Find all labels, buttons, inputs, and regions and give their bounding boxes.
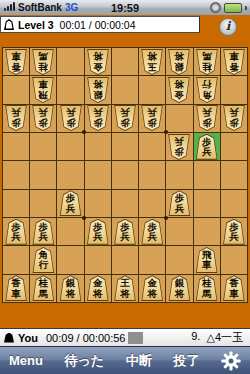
piece-kanji: 香車 <box>222 275 246 301</box>
piece-kanji: 飛車 <box>195 247 219 273</box>
cell-53[interactable]: 歩兵 <box>112 105 138 132</box>
alarm-clock-icon <box>210 2 221 13</box>
cell-23[interactable]: 歩兵 <box>194 105 220 132</box>
cell-81[interactable]: 桂馬 <box>30 48 56 75</box>
bottom-toolbar: Menu 待った 中断 投了 <box>0 346 250 374</box>
board-star-point <box>164 216 168 220</box>
piece-kanji: 金将 <box>140 275 164 301</box>
piece-gold-white[interactable]: 金将 <box>86 49 110 75</box>
piece-kanji: 歩兵 <box>222 105 246 131</box>
board-star-point <box>164 130 168 134</box>
piece-pawn-white[interactable]: 歩兵 <box>195 105 219 131</box>
piece-kanji: 香車 <box>4 275 28 301</box>
cell-75[interactable] <box>57 161 83 188</box>
cell-91[interactable]: 香車 <box>3 48 29 75</box>
piece-knight-black[interactable]: 桂馬 <box>31 275 55 301</box>
piece-kanji: 銀将 <box>167 275 191 301</box>
piece-kanji: 桂馬 <box>31 49 55 75</box>
piece-pawn-white[interactable]: 歩兵 <box>86 105 110 131</box>
piece-silver-black[interactable]: 銀将 <box>167 275 191 301</box>
cell-29[interactable]: 桂馬 <box>194 275 220 302</box>
suspend-button[interactable]: 中断 <box>126 352 152 370</box>
cell-34[interactable]: 歩兵 <box>166 133 192 160</box>
cell-88[interactable]: 角行 <box>30 246 56 273</box>
piece-gold-white[interactable]: 金将 <box>167 77 191 103</box>
piece-kanji: 角行 <box>195 77 219 103</box>
piece-kanji: 歩兵 <box>86 105 110 131</box>
cell-58[interactable] <box>112 246 138 273</box>
opponent-label: Level 3 <box>18 19 54 31</box>
cell-22[interactable]: 角行 <box>194 76 220 103</box>
gote-piece-icon <box>4 19 14 30</box>
cell-31[interactable]: 銀将 <box>166 48 192 75</box>
battery-tip <box>245 6 247 10</box>
piece-lance-white[interactable]: 香車 <box>222 49 246 75</box>
piece-pawn-black[interactable]: 歩兵 <box>59 190 83 216</box>
piece-kanji: 桂馬 <box>195 49 219 75</box>
piece-pawn-black[interactable]: 歩兵 <box>113 219 137 245</box>
cell-35[interactable] <box>166 161 192 188</box>
settings-gear-icon[interactable] <box>221 351 241 371</box>
piece-kanji: 歩兵 <box>195 134 219 160</box>
piece-king-white[interactable]: 玉将 <box>140 49 164 75</box>
cell-47[interactable]: 歩兵 <box>139 218 165 245</box>
cell-59[interactable]: 王将 <box>112 275 138 302</box>
cell-97[interactable]: 歩兵 <box>3 218 29 245</box>
cell-83[interactable]: 歩兵 <box>30 105 56 132</box>
piece-kanji: 歩兵 <box>140 105 164 131</box>
cell-85[interactable] <box>30 161 56 188</box>
cell-74[interactable] <box>57 133 83 160</box>
cell-42[interactable] <box>139 76 165 103</box>
cell-12[interactable] <box>221 76 247 103</box>
cell-96[interactable] <box>3 190 29 217</box>
cell-26[interactable] <box>194 190 220 217</box>
cell-65[interactable] <box>85 161 111 188</box>
cell-55[interactable] <box>112 161 138 188</box>
piece-bishop-black[interactable]: 角行 <box>31 247 55 273</box>
cell-78[interactable] <box>57 246 83 273</box>
info-button[interactable]: i <box>219 18 237 36</box>
piece-kanji: 香車 <box>222 49 246 75</box>
cell-87[interactable]: 歩兵 <box>30 218 56 245</box>
cell-14[interactable] <box>221 133 247 160</box>
piece-kanji: 金将 <box>86 49 110 75</box>
piece-kanji: 歩兵 <box>113 105 137 131</box>
piece-lance-black[interactable]: 香車 <box>222 275 246 301</box>
piece-kanji: 桂馬 <box>195 275 219 301</box>
cell-99[interactable]: 香車 <box>3 275 29 302</box>
cell-62[interactable]: 銀将 <box>85 76 111 103</box>
piece-pawn-white[interactable]: 歩兵 <box>167 134 191 160</box>
move-number: 9. <box>191 330 200 345</box>
cell-24[interactable]: 歩兵 <box>194 133 220 160</box>
cell-69[interactable]: 金将 <box>85 275 111 302</box>
piece-pawn-white[interactable]: 歩兵 <box>140 105 164 131</box>
piece-kanji: 歩兵 <box>167 134 191 160</box>
cell-44[interactable] <box>139 133 165 160</box>
cell-92[interactable] <box>3 76 29 103</box>
menu-button[interactable]: Menu <box>9 353 43 368</box>
piece-silver-white[interactable]: 銀将 <box>167 49 191 75</box>
cell-16[interactable] <box>221 190 247 217</box>
piece-kanji: 歩兵 <box>167 190 191 216</box>
player-label: You <box>18 332 38 344</box>
cell-61[interactable]: 金将 <box>85 48 111 75</box>
opponent-zone: Level 3 00:01 / 00:00:04 i <box>0 15 250 47</box>
undo-button[interactable]: 待った <box>65 352 105 370</box>
cell-39[interactable]: 銀将 <box>166 275 192 302</box>
piece-kanji: 歩兵 <box>4 219 28 245</box>
piece-kanji: 歩兵 <box>59 105 83 131</box>
piece-knight-black[interactable]: 桂馬 <box>195 275 219 301</box>
cell-86[interactable] <box>30 190 56 217</box>
piece-silver-white[interactable]: 銀将 <box>86 77 110 103</box>
cell-67[interactable]: 歩兵 <box>85 218 111 245</box>
piece-kanji: 銀将 <box>86 77 110 103</box>
board-star-point <box>82 130 86 134</box>
cell-28[interactable]: 飛車 <box>194 246 220 273</box>
piece-bishop-white[interactable]: 角行 <box>195 77 219 103</box>
piece-pawn-black[interactable]: 歩兵 <box>86 219 110 245</box>
cell-15[interactable] <box>221 161 247 188</box>
shogi-board: 香車桂馬金将玉将銀将桂馬香車飛車銀将金将角行歩兵歩兵歩兵歩兵歩兵歩兵歩兵歩兵歩兵… <box>2 47 248 303</box>
opponent-info-box: Level 3 00:01 / 00:00:04 <box>0 16 200 33</box>
cell-76[interactable]: 歩兵 <box>57 190 83 217</box>
cell-46[interactable] <box>139 190 165 217</box>
piece-lance-black[interactable]: 香車 <box>4 275 28 301</box>
cell-37[interactable] <box>166 218 192 245</box>
app-screen: SoftBank 3G 19:59 Level 3 00:01 / 00:00:… <box>0 0 250 374</box>
board-frame: 香車桂馬金将玉将銀将桂馬香車飛車銀将金将角行歩兵歩兵歩兵歩兵歩兵歩兵歩兵歩兵歩兵… <box>0 47 250 328</box>
resign-button[interactable]: 投了 <box>173 352 199 370</box>
piece-kanji: 歩兵 <box>4 105 28 131</box>
piece-pawn-black[interactable]: 歩兵 <box>31 219 55 245</box>
cell-32[interactable]: 金将 <box>166 76 192 103</box>
piece-kanji: 歩兵 <box>113 219 137 245</box>
piece-kanji: 歩兵 <box>222 219 246 245</box>
piece-rook-black[interactable]: 飛車 <box>195 247 219 273</box>
piece-kanji: 歩兵 <box>86 219 110 245</box>
cell-68[interactable] <box>85 246 111 273</box>
cell-45[interactable] <box>139 161 165 188</box>
piece-pawn-white[interactable]: 歩兵 <box>31 105 55 131</box>
piece-pawn-black[interactable]: 歩兵 <box>222 219 246 245</box>
cell-51[interactable] <box>112 48 138 75</box>
piece-lance-white[interactable]: 香車 <box>4 49 28 75</box>
cell-98[interactable] <box>3 246 29 273</box>
cell-89[interactable]: 桂馬 <box>30 275 56 302</box>
piece-pawn-white[interactable]: 歩兵 <box>4 105 28 131</box>
board-star-point <box>82 216 86 220</box>
player-time: 00:09 / 00:00:56 <box>46 332 126 344</box>
last-move-display: 9. △4一玉 <box>191 330 243 345</box>
ios-status-bar: SoftBank 3G 19:59 <box>0 0 250 16</box>
cell-72[interactable] <box>57 76 83 103</box>
piece-kanji: 歩兵 <box>140 219 164 245</box>
cell-33[interactable] <box>166 105 192 132</box>
cell-56[interactable] <box>112 190 138 217</box>
cell-66[interactable] <box>85 190 111 217</box>
battery-icon <box>224 3 242 13</box>
cell-94[interactable] <box>3 133 29 160</box>
cell-77[interactable] <box>57 218 83 245</box>
piece-kanji: 歩兵 <box>31 105 55 131</box>
cell-84[interactable] <box>30 133 56 160</box>
piece-gold-black[interactable]: 金将 <box>86 275 110 301</box>
piece-kanji: 玉将 <box>140 49 164 75</box>
cell-79[interactable]: 銀将 <box>57 275 83 302</box>
cell-38[interactable] <box>166 246 192 273</box>
piece-kanji: 歩兵 <box>59 190 83 216</box>
cell-93[interactable]: 歩兵 <box>3 105 29 132</box>
sente-piece-icon <box>4 333 14 343</box>
cell-48[interactable] <box>139 246 165 273</box>
piece-king-black[interactable]: 王将 <box>113 275 137 301</box>
cell-27[interactable] <box>194 218 220 245</box>
cell-25[interactable] <box>194 161 220 188</box>
piece-knight-white[interactable]: 桂馬 <box>31 49 55 75</box>
move-notation: △4一玉 <box>206 330 243 345</box>
piece-knight-white[interactable]: 桂馬 <box>195 49 219 75</box>
piece-pawn-white[interactable]: 歩兵 <box>113 105 137 131</box>
piece-rook-white[interactable]: 飛車 <box>31 77 55 103</box>
cell-36[interactable]: 歩兵 <box>166 190 192 217</box>
piece-kanji: 角行 <box>31 247 55 273</box>
cell-57[interactable]: 歩兵 <box>112 218 138 245</box>
piece-kanji: 金将 <box>167 77 191 103</box>
piece-kanji: 桂馬 <box>31 275 55 301</box>
cell-49[interactable]: 金将 <box>139 275 165 302</box>
cell-64[interactable] <box>85 133 111 160</box>
piece-gold-black[interactable]: 金将 <box>140 275 164 301</box>
cell-71[interactable] <box>57 48 83 75</box>
piece-kanji: 歩兵 <box>31 219 55 245</box>
cell-73[interactable]: 歩兵 <box>57 105 83 132</box>
cell-63[interactable]: 歩兵 <box>85 105 111 132</box>
cell-13[interactable]: 歩兵 <box>221 105 247 132</box>
cell-21[interactable]: 桂馬 <box>194 48 220 75</box>
piece-kanji: 銀将 <box>167 49 191 75</box>
piece-pawn-black[interactable]: 歩兵 <box>167 190 191 216</box>
cell-54[interactable] <box>112 133 138 160</box>
move-list-divider <box>128 332 143 344</box>
cell-52[interactable] <box>112 76 138 103</box>
player-bar: You 00:09 / 00:00:56 9. △4一玉 <box>0 328 250 346</box>
cell-11[interactable]: 香車 <box>221 48 247 75</box>
piece-pawn-white[interactable]: 歩兵 <box>59 105 83 131</box>
opponent-time: 00:01 / 00:00:04 <box>60 19 136 31</box>
cell-19[interactable]: 香車 <box>221 275 247 302</box>
cell-18[interactable] <box>221 246 247 273</box>
piece-kanji: 歩兵 <box>195 105 219 131</box>
piece-pawn-white[interactable]: 歩兵 <box>222 105 246 131</box>
piece-kanji: 王将 <box>113 275 137 301</box>
piece-kanji: 香車 <box>4 49 28 75</box>
cell-82[interactable]: 飛車 <box>30 76 56 103</box>
piece-pawn-black[interactable]: 歩兵 <box>195 134 219 160</box>
piece-silver-black[interactable]: 銀将 <box>59 275 83 301</box>
piece-pawn-black[interactable]: 歩兵 <box>4 219 28 245</box>
piece-pawn-black[interactable]: 歩兵 <box>140 219 164 245</box>
piece-kanji: 飛車 <box>31 77 55 103</box>
cell-41[interactable]: 玉将 <box>139 48 165 75</box>
piece-kanji: 金将 <box>86 275 110 301</box>
cell-17[interactable]: 歩兵 <box>221 218 247 245</box>
piece-kanji: 銀将 <box>59 275 83 301</box>
cell-95[interactable] <box>3 161 29 188</box>
cell-43[interactable]: 歩兵 <box>139 105 165 132</box>
